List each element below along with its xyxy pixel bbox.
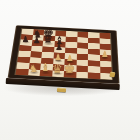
chess-piece-white-bishop: ♝ — [41, 63, 51, 74]
chess-piece-black-pawn: ♟ — [22, 35, 29, 43]
chess-piece-black-queen: ♛ — [43, 33, 53, 44]
chess-piece-white-pawn: ♟ — [101, 50, 109, 59]
chess-piece-white-queen: ♛ — [52, 63, 63, 75]
chess-piece-white-knight: ♞ — [29, 63, 38, 73]
chess-piece-white-king: ♚ — [64, 62, 76, 75]
chess-piece-black-pawn: ♟ — [55, 42, 63, 50]
chess-piece-black-pawn: ♟ — [33, 36, 40, 44]
pieces-layer: ♟♟♞♚♛♝♟♞♝♛♚♟♟♟ — [0, 0, 140, 140]
chess-set-photo: ♟♟♞♚♛♝♟♞♝♛♚♟♟♟ — [0, 0, 140, 140]
